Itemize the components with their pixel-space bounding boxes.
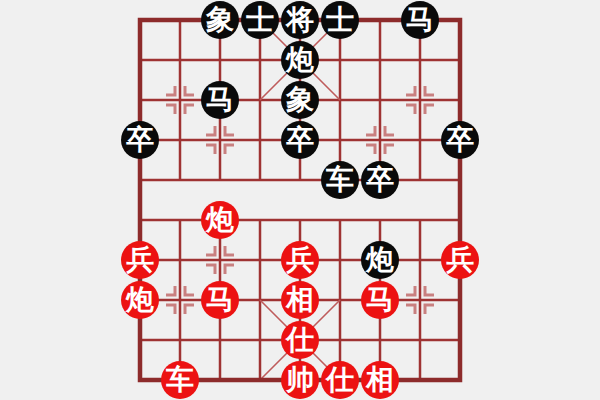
- xiangqi-board-container: 象士将士马炮马象卒卒卒车卒炮兵兵炮兵炮马相马仕车帅仕相: [0, 0, 600, 400]
- piece-black-horse[interactable]: 马: [401, 1, 439, 39]
- piece-black-horse[interactable]: 马: [201, 81, 239, 119]
- board[interactable]: 象士将士马炮马象卒卒卒车卒炮兵兵炮兵炮马相马仕车帅仕相: [120, 0, 480, 400]
- piece-black-pawn[interactable]: 卒: [281, 121, 319, 159]
- piece-black-general[interactable]: 将: [281, 1, 319, 39]
- piece-black-cannon[interactable]: 炮: [361, 241, 399, 279]
- piece-red-pawn[interactable]: 兵: [281, 241, 319, 279]
- piece-red-elephant[interactable]: 相: [281, 281, 319, 319]
- piece-red-general[interactable]: 帅: [281, 361, 319, 399]
- piece-black-pawn[interactable]: 卒: [361, 161, 399, 199]
- piece-red-advisor[interactable]: 仕: [281, 321, 319, 359]
- piece-black-elephant[interactable]: 象: [201, 1, 239, 39]
- piece-red-chariot[interactable]: 车: [161, 361, 199, 399]
- piece-red-elephant[interactable]: 相: [361, 361, 399, 399]
- piece-black-cannon[interactable]: 炮: [281, 41, 319, 79]
- piece-black-advisor[interactable]: 士: [321, 1, 359, 39]
- piece-black-pawn[interactable]: 卒: [121, 121, 159, 159]
- piece-red-horse[interactable]: 马: [361, 281, 399, 319]
- piece-red-advisor[interactable]: 仕: [321, 361, 359, 399]
- piece-red-pawn[interactable]: 兵: [121, 241, 159, 279]
- piece-red-cannon[interactable]: 炮: [121, 281, 159, 319]
- piece-red-pawn[interactable]: 兵: [441, 241, 479, 279]
- piece-red-horse[interactable]: 马: [201, 281, 239, 319]
- piece-red-cannon[interactable]: 炮: [201, 201, 239, 239]
- piece-black-pawn[interactable]: 卒: [441, 121, 479, 159]
- piece-black-advisor[interactable]: 士: [241, 1, 279, 39]
- piece-black-elephant[interactable]: 象: [281, 81, 319, 119]
- piece-black-chariot[interactable]: 车: [321, 161, 359, 199]
